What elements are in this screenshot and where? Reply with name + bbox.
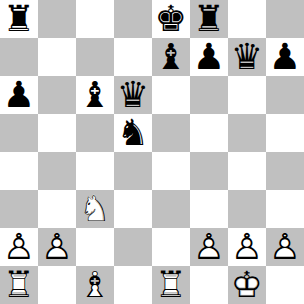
square-d8[interactable] (114, 0, 152, 38)
white-king[interactable]: ♚♔ (231, 266, 263, 304)
white-pawn[interactable]: ♟♙ (41, 228, 73, 266)
square-g5[interactable] (228, 114, 266, 152)
white-pawn-icon: ♙ (41, 228, 73, 266)
square-e4[interactable] (152, 152, 190, 190)
chess-board: ♜♚♜♝♟♛♟♟♝♛♞♞♘♟♙♟♙♟♙♟♙♟♙♜♖♝♗♜♖♚♔ (0, 0, 304, 304)
white-pawn-icon: ♙ (3, 228, 35, 266)
square-h8[interactable] (266, 0, 304, 38)
square-d3[interactable] (114, 190, 152, 228)
square-b5[interactable] (38, 114, 76, 152)
square-c3[interactable]: ♞♘ (76, 190, 114, 228)
black-queen-icon: ♛ (231, 38, 263, 76)
square-c1[interactable]: ♝♗ (76, 266, 114, 304)
square-g7[interactable]: ♛ (228, 38, 266, 76)
square-a4[interactable] (0, 152, 38, 190)
square-f5[interactable] (190, 114, 228, 152)
white-rook[interactable]: ♜♖ (3, 266, 35, 304)
white-knight[interactable]: ♞♘ (79, 190, 111, 228)
white-rook-icon: ♖ (3, 266, 35, 304)
black-bishop[interactable]: ♝ (79, 76, 111, 114)
square-d2[interactable] (114, 228, 152, 266)
square-f7[interactable]: ♟ (190, 38, 228, 76)
black-pawn[interactable]: ♟ (193, 38, 225, 76)
square-e6[interactable] (152, 76, 190, 114)
square-f3[interactable] (190, 190, 228, 228)
square-e1[interactable]: ♜♖ (152, 266, 190, 304)
square-b2[interactable]: ♟♙ (38, 228, 76, 266)
square-h5[interactable] (266, 114, 304, 152)
square-e3[interactable] (152, 190, 190, 228)
square-f4[interactable] (190, 152, 228, 190)
black-pawn[interactable]: ♟ (3, 76, 35, 114)
square-h7[interactable]: ♟ (266, 38, 304, 76)
square-b8[interactable] (38, 0, 76, 38)
square-g4[interactable] (228, 152, 266, 190)
square-h1[interactable] (266, 266, 304, 304)
white-pawn[interactable]: ♟♙ (193, 228, 225, 266)
black-king[interactable]: ♚ (155, 0, 187, 38)
square-g3[interactable] (228, 190, 266, 228)
white-knight-icon: ♘ (79, 190, 111, 228)
square-d4[interactable] (114, 152, 152, 190)
black-pawn-icon: ♟ (269, 38, 301, 76)
black-queen[interactable]: ♛ (231, 38, 263, 76)
black-pawn-icon: ♟ (193, 38, 225, 76)
white-pawn[interactable]: ♟♙ (269, 228, 301, 266)
square-b7[interactable] (38, 38, 76, 76)
black-pawn-icon: ♟ (3, 76, 35, 114)
square-h4[interactable] (266, 152, 304, 190)
black-rook-icon: ♜ (193, 0, 225, 38)
square-f6[interactable] (190, 76, 228, 114)
black-pawn[interactable]: ♟ (269, 38, 301, 76)
square-d6[interactable]: ♛ (114, 76, 152, 114)
white-rook[interactable]: ♜♖ (155, 266, 187, 304)
square-g1[interactable]: ♚♔ (228, 266, 266, 304)
square-e7[interactable]: ♝ (152, 38, 190, 76)
square-b1[interactable] (38, 266, 76, 304)
square-f2[interactable]: ♟♙ (190, 228, 228, 266)
square-a1[interactable]: ♜♖ (0, 266, 38, 304)
square-c8[interactable] (76, 0, 114, 38)
square-b3[interactable] (38, 190, 76, 228)
square-a6[interactable]: ♟ (0, 76, 38, 114)
white-rook-icon: ♖ (155, 266, 187, 304)
square-d5[interactable]: ♞ (114, 114, 152, 152)
square-c7[interactable] (76, 38, 114, 76)
white-pawn-icon: ♙ (269, 228, 301, 266)
black-bishop-icon: ♝ (155, 38, 187, 76)
square-a5[interactable] (0, 114, 38, 152)
square-h6[interactable] (266, 76, 304, 114)
black-queen[interactable]: ♛ (117, 76, 149, 114)
square-c5[interactable] (76, 114, 114, 152)
black-rook-icon: ♜ (3, 0, 35, 38)
white-pawn[interactable]: ♟♙ (3, 228, 35, 266)
black-rook[interactable]: ♜ (3, 0, 35, 38)
black-rook[interactable]: ♜ (193, 0, 225, 38)
square-h2[interactable]: ♟♙ (266, 228, 304, 266)
square-h3[interactable] (266, 190, 304, 228)
square-g6[interactable] (228, 76, 266, 114)
square-a2[interactable]: ♟♙ (0, 228, 38, 266)
square-d1[interactable] (114, 266, 152, 304)
square-f1[interactable] (190, 266, 228, 304)
square-a8[interactable]: ♜ (0, 0, 38, 38)
white-pawn[interactable]: ♟♙ (231, 228, 263, 266)
square-g2[interactable]: ♟♙ (228, 228, 266, 266)
square-e5[interactable] (152, 114, 190, 152)
square-c2[interactable] (76, 228, 114, 266)
square-b6[interactable] (38, 76, 76, 114)
white-pawn-icon: ♙ (231, 228, 263, 266)
white-bishop-icon: ♗ (79, 266, 111, 304)
square-c6[interactable]: ♝ (76, 76, 114, 114)
square-g8[interactable] (228, 0, 266, 38)
black-knight-icon: ♞ (117, 114, 149, 152)
black-queen-icon: ♛ (117, 76, 149, 114)
square-a3[interactable] (0, 190, 38, 228)
black-bishop[interactable]: ♝ (155, 38, 187, 76)
black-knight[interactable]: ♞ (117, 114, 149, 152)
square-c4[interactable] (76, 152, 114, 190)
square-e2[interactable] (152, 228, 190, 266)
black-bishop-icon: ♝ (79, 76, 111, 114)
square-e8[interactable]: ♚ (152, 0, 190, 38)
square-d7[interactable] (114, 38, 152, 76)
black-king-icon: ♚ (155, 0, 187, 38)
square-a7[interactable] (0, 38, 38, 76)
white-king-icon: ♔ (231, 266, 263, 304)
square-b4[interactable] (38, 152, 76, 190)
white-pawn-icon: ♙ (193, 228, 225, 266)
square-f8[interactable]: ♜ (190, 0, 228, 38)
white-bishop[interactable]: ♝♗ (79, 266, 111, 304)
